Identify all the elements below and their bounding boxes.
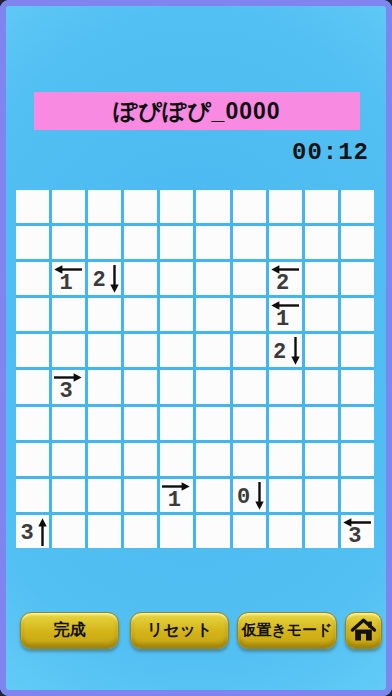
home-button[interactable] — [345, 612, 382, 649]
board-cell[interactable] — [160, 190, 193, 223]
board-cell[interactable] — [196, 334, 229, 367]
board-cell[interactable] — [124, 190, 157, 223]
reset-button[interactable]: リセット — [130, 612, 229, 649]
board-cell[interactable] — [233, 190, 266, 223]
board-cell[interactable] — [305, 190, 338, 223]
board-cell[interactable] — [16, 443, 49, 476]
board-cell[interactable] — [88, 226, 121, 259]
arrow-left-icon — [271, 265, 299, 274]
clue-cell: 1 — [52, 262, 85, 295]
board-cell[interactable] — [305, 479, 338, 512]
board-cell[interactable] — [233, 262, 266, 295]
arrow-left-icon — [343, 518, 371, 527]
board-cell[interactable] — [160, 407, 193, 440]
board-cell[interactable] — [233, 443, 266, 476]
clue-number: 1 — [52, 272, 80, 296]
board-cell[interactable] — [196, 407, 229, 440]
board-cell[interactable] — [305, 515, 338, 548]
board-cell[interactable] — [160, 443, 193, 476]
board-cell[interactable] — [124, 298, 157, 331]
clue-number: 2 — [269, 272, 297, 296]
board-cell[interactable] — [52, 515, 85, 548]
board-cell[interactable] — [269, 407, 302, 440]
board-cell[interactable] — [196, 226, 229, 259]
board-cell[interactable] — [88, 407, 121, 440]
board-cell[interactable] — [16, 262, 49, 295]
clue-cell: 0 — [233, 479, 266, 512]
board-cell[interactable] — [16, 479, 49, 512]
arrow-left-icon — [54, 265, 82, 274]
board-cell[interactable] — [16, 334, 49, 367]
board-cell[interactable] — [305, 262, 338, 295]
clue-cell: 3 — [341, 515, 374, 548]
board-cell[interactable] — [196, 479, 229, 512]
clue-cell: 1 — [160, 479, 193, 512]
clue-number: 1 — [269, 308, 297, 332]
board-cell[interactable] — [269, 190, 302, 223]
board-cell[interactable] — [341, 479, 374, 512]
board-cell[interactable] — [305, 298, 338, 331]
clue-number: 0 — [234, 486, 254, 510]
clue-cell: 2 — [269, 262, 302, 295]
board-cell[interactable] — [196, 298, 229, 331]
board-cell[interactable] — [196, 443, 229, 476]
clue-number: 2 — [270, 341, 290, 365]
board-cell[interactable] — [88, 370, 121, 403]
app-screen: ぽぴぽぴ_0000 00:12 1221231033 完成 リセット 仮置きモー… — [0, 0, 392, 696]
board-cell[interactable] — [233, 226, 266, 259]
board-cell[interactable] — [269, 479, 302, 512]
board: 1221231033 — [16, 190, 374, 548]
board-cell[interactable] — [52, 190, 85, 223]
board-cell[interactable] — [160, 334, 193, 367]
board-cell[interactable] — [196, 190, 229, 223]
board-cell[interactable] — [305, 226, 338, 259]
board-cell[interactable] — [196, 262, 229, 295]
complete-button[interactable]: 完成 — [20, 612, 119, 649]
board-cell[interactable] — [124, 226, 157, 259]
board-cell[interactable] — [16, 370, 49, 403]
board-cell[interactable] — [124, 370, 157, 403]
board-cell[interactable] — [52, 443, 85, 476]
board-cell[interactable] — [124, 515, 157, 548]
board-cell[interactable] — [341, 443, 374, 476]
board-cell[interactable] — [341, 334, 374, 367]
board-cell[interactable] — [124, 443, 157, 476]
board-cell[interactable] — [52, 479, 85, 512]
board-cell[interactable] — [233, 370, 266, 403]
board-cell[interactable] — [305, 443, 338, 476]
board-cell[interactable] — [16, 190, 49, 223]
clue-cell: 2 — [88, 262, 121, 295]
board-cell[interactable] — [124, 262, 157, 295]
clue-cell: 3 — [52, 370, 85, 403]
clue-number: 3 — [341, 525, 369, 549]
clue-number: 3 — [52, 380, 80, 404]
board-cell[interactable] — [52, 226, 85, 259]
board-cell[interactable] — [124, 479, 157, 512]
board-cell[interactable] — [88, 443, 121, 476]
board-cell[interactable] — [341, 262, 374, 295]
board-cell[interactable] — [233, 515, 266, 548]
arrow-right-icon — [54, 373, 82, 382]
home-icon — [350, 617, 377, 644]
pencil-mode-button[interactable]: 仮置きモード — [237, 612, 337, 649]
clue-number: 2 — [89, 269, 109, 293]
board-cell[interactable] — [124, 407, 157, 440]
clue-cell: 3 — [16, 515, 49, 548]
board-cell[interactable] — [88, 190, 121, 223]
board-cell[interactable] — [16, 298, 49, 331]
board-cell[interactable] — [88, 479, 121, 512]
puzzle-title-banner: ぽぴぽぴ_0000 — [34, 92, 360, 130]
board-cell[interactable] — [88, 298, 121, 331]
board-cell[interactable] — [196, 515, 229, 548]
clue-cell: 2 — [269, 334, 302, 367]
board-cell[interactable] — [305, 407, 338, 440]
board-cell[interactable] — [233, 298, 266, 331]
board-cell[interactable] — [52, 407, 85, 440]
clue-cell: 1 — [269, 298, 302, 331]
puzzle-title: ぽぴぽぴ_0000 — [113, 96, 280, 127]
board-cell[interactable] — [305, 334, 338, 367]
board-cell[interactable] — [233, 407, 266, 440]
board-cell[interactable] — [124, 334, 157, 367]
clue-number: 1 — [160, 489, 188, 513]
board-cell[interactable] — [269, 370, 302, 403]
board-cell[interactable] — [160, 515, 193, 548]
board-cell[interactable] — [341, 370, 374, 403]
board-cell[interactable] — [52, 298, 85, 331]
board-cell[interactable] — [16, 226, 49, 259]
board-cell[interactable] — [269, 443, 302, 476]
board-cell[interactable] — [52, 334, 85, 367]
board-cell[interactable] — [341, 190, 374, 223]
board-cell[interactable] — [88, 515, 121, 548]
timer: 00:12 — [292, 139, 369, 166]
board-cell[interactable] — [160, 370, 193, 403]
board-cell[interactable] — [16, 407, 49, 440]
arrow-left-icon — [271, 301, 299, 310]
arrow-right-icon — [162, 482, 190, 491]
board-cell[interactable] — [88, 334, 121, 367]
board-cell[interactable] — [341, 407, 374, 440]
board-cell[interactable] — [269, 226, 302, 259]
board-cell[interactable] — [269, 515, 302, 548]
board-cell[interactable] — [160, 298, 193, 331]
board-cell[interactable] — [341, 298, 374, 331]
board-cell[interactable] — [196, 370, 229, 403]
arrow-up-icon — [38, 518, 47, 546]
board-cell[interactable] — [160, 226, 193, 259]
clue-number: 3 — [17, 522, 37, 546]
arrow-down-icon — [255, 482, 264, 510]
arrow-down-icon — [291, 337, 300, 365]
board-cell[interactable] — [160, 262, 193, 295]
arrow-down-icon — [110, 265, 119, 293]
board-cell[interactable] — [341, 226, 374, 259]
board-cell[interactable] — [305, 370, 338, 403]
board-cell[interactable] — [233, 334, 266, 367]
